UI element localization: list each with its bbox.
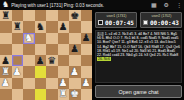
square-g1[interactable]: ♚ [69, 89, 81, 100]
square-e3[interactable] [46, 66, 58, 77]
square-h3[interactable] [81, 66, 93, 77]
square-d7[interactable]: ♞ [35, 21, 47, 32]
black-king: ♚ [70, 11, 79, 21]
last-move-highlight: 26. Nc6 [97, 57, 111, 61]
square-f7[interactable]: ♟ [58, 21, 70, 32]
settings-icon[interactable]: ⚙ [164, 2, 169, 8]
black-pawn: ♟ [36, 56, 45, 66]
player-card-white: user2 (1702) 00:00:43 [140, 12, 182, 28]
square-b3[interactable]: ♟ [12, 66, 24, 77]
square-f3[interactable] [58, 66, 70, 77]
square-c5[interactable] [23, 44, 35, 55]
square-h7[interactable] [81, 21, 93, 32]
square-d1[interactable] [35, 89, 47, 100]
black-knight: ♞ [36, 22, 45, 32]
square-b6[interactable] [12, 33, 24, 44]
square-c6[interactable]: ♞ [23, 33, 35, 44]
square-a2[interactable]: ♟ [0, 78, 12, 89]
square-b5[interactable] [12, 44, 24, 55]
square-d4[interactable]: ♟ [35, 55, 47, 66]
square-h2[interactable]: ♟ [81, 78, 93, 89]
square-h6[interactable]: ♟ [81, 33, 93, 44]
square-d5[interactable] [35, 44, 47, 55]
white-pawn: ♟ [70, 67, 79, 77]
square-b7[interactable]: ♜ [12, 21, 24, 32]
white-rook: ♜ [1, 67, 10, 77]
window-title: Playing with user1 [1731] Ping: 0.03 sec… [11, 3, 144, 8]
square-a4[interactable]: ♟ [0, 55, 12, 66]
move-list-text: 1. c4 e6 2. Nc3 d5 3. d4 Be7 4. Nf3 Nf6 … [97, 32, 180, 57]
white-color-chip [143, 20, 148, 25]
square-h8[interactable] [81, 10, 93, 21]
white-player-clock: 00:00:43 [150, 19, 179, 26]
square-b4[interactable] [12, 55, 24, 66]
square-d2[interactable] [35, 78, 47, 89]
square-e2[interactable] [46, 78, 58, 89]
square-f6[interactable] [58, 33, 70, 44]
square-b2[interactable] [12, 78, 24, 89]
chess-app-window: ♞ Playing with user1 [1731] Ping: 0.03 s… [0, 0, 184, 100]
board-icon[interactable]: ▦ [151, 2, 157, 8]
white-pawn: ♟ [82, 78, 91, 88]
square-c2[interactable] [23, 78, 35, 89]
black-pawn: ♟ [70, 44, 79, 54]
square-f4[interactable] [58, 55, 70, 66]
square-h4[interactable] [81, 55, 93, 66]
black-color-chip [98, 20, 103, 25]
white-king: ♚ [70, 89, 79, 99]
square-e8[interactable] [46, 10, 58, 21]
white-pawn: ♟ [59, 78, 68, 88]
move-list[interactable]: [...] 1. c4 e6 2. Nc3 d5 3. d4 Be7 4. Nf… [95, 30, 182, 83]
square-d6[interactable] [35, 33, 47, 44]
white-pawn: ♟ [13, 67, 22, 77]
square-g6[interactable] [69, 33, 81, 44]
square-b1[interactable] [12, 89, 24, 100]
square-e4[interactable]: ♛ [46, 55, 58, 66]
square-f8[interactable] [58, 10, 70, 21]
black-rook: ♜ [13, 22, 22, 32]
white-pawn: ♟ [1, 78, 10, 88]
square-g8[interactable]: ♚ [69, 10, 81, 21]
black-pawn: ♟ [1, 56, 10, 66]
square-c8[interactable] [23, 10, 35, 21]
square-b8[interactable] [12, 10, 24, 21]
square-c3[interactable] [23, 66, 35, 77]
black-queen: ♛ [47, 56, 56, 66]
player-card-black: user1 (1731) 00:07:45 [95, 12, 137, 28]
square-g2[interactable] [69, 78, 81, 89]
square-a8[interactable]: ♜ [0, 10, 12, 21]
square-e1[interactable] [46, 89, 58, 100]
square-c7[interactable] [23, 21, 35, 32]
square-a7[interactable] [0, 21, 12, 32]
square-h1[interactable] [81, 89, 93, 100]
square-e5[interactable] [46, 44, 58, 55]
title-bar: ♞ Playing with user1 [1731] Ping: 0.03 s… [0, 0, 184, 10]
square-e7[interactable] [46, 21, 58, 32]
square-h5[interactable] [81, 44, 93, 55]
square-f5[interactable] [58, 44, 70, 55]
square-g7[interactable] [69, 21, 81, 32]
black-rook: ♜ [1, 11, 10, 21]
black-pawn: ♟ [59, 22, 68, 32]
square-e6[interactable] [46, 33, 58, 44]
square-f1[interactable]: ♜ [58, 89, 70, 100]
black-player-clock: 00:07:45 [105, 19, 134, 26]
black-player-name: user1 (1731) [98, 14, 135, 18]
main-area: ♜♚♜♞♟♞♟♟♟♟♛♜♟♟♟♟♟♜♚ user1 (1731) 00:07:4… [0, 10, 184, 100]
square-d8[interactable] [35, 10, 47, 21]
square-c4[interactable] [23, 55, 35, 66]
square-a1[interactable] [0, 89, 12, 100]
chess-board: ♜♚♜♞♟♞♟♟♟♟♛♜♟♟♟♟♟♜♚ [0, 10, 92, 100]
knight-app-icon: ♞ [2, 1, 9, 9]
square-g3[interactable]: ♟ [69, 66, 81, 77]
square-a5[interactable] [0, 44, 12, 55]
white-player-name: user2 (1702) [143, 14, 180, 18]
square-g5[interactable]: ♟ [69, 44, 81, 55]
square-d3[interactable] [35, 66, 47, 77]
white-rook: ♜ [59, 89, 68, 99]
square-a6[interactable] [0, 33, 12, 44]
square-g4[interactable] [69, 55, 81, 66]
black-pawn: ♟ [82, 33, 91, 43]
square-c1[interactable] [23, 89, 35, 100]
square-f2[interactable]: ♟ [58, 78, 70, 89]
overflow-menu-icon[interactable]: ⋮ [176, 2, 182, 8]
player-cards: user1 (1731) 00:07:45 user2 (1702) 00:00… [95, 12, 182, 28]
side-panel: user1 (1731) 00:07:45 user2 (1702) 00:00… [92, 10, 184, 100]
white-knight: ♞ [24, 33, 33, 43]
square-a3[interactable]: ♜ [0, 66, 12, 77]
open-game-chat-button[interactable]: Open game chat [95, 85, 182, 98]
